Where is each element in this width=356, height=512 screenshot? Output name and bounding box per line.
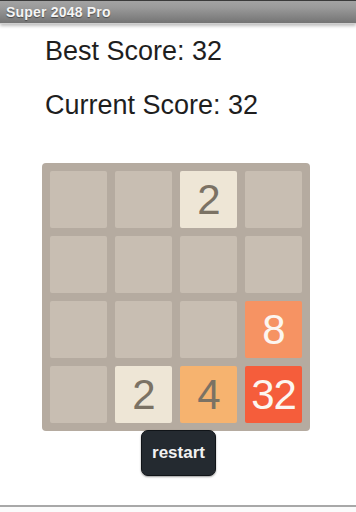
empty-cell: [50, 301, 107, 358]
empty-cell: [115, 236, 172, 293]
best-score-value: 32: [192, 36, 222, 66]
empty-cell: [50, 236, 107, 293]
empty-cell: [245, 171, 302, 228]
tile-4: 4: [180, 366, 237, 423]
title-bar: Super 2048 Pro: [0, 0, 356, 24]
current-score-value: 32: [228, 90, 258, 120]
empty-cell: [50, 366, 107, 423]
empty-cell: [115, 301, 172, 358]
current-score-line: Current Score: 32: [45, 90, 258, 121]
empty-cell: [180, 236, 237, 293]
empty-cell: [115, 171, 172, 228]
current-score-label: Current Score:: [45, 90, 221, 120]
empty-cell: [50, 171, 107, 228]
bottom-strip: [0, 507, 356, 512]
board[interactable]: 282432: [42, 163, 310, 431]
best-score-label: Best Score:: [45, 36, 185, 66]
best-score-line: Best Score: 32: [45, 36, 222, 67]
empty-cell: [245, 236, 302, 293]
empty-cell: [180, 301, 237, 358]
app-title: Super 2048 Pro: [6, 4, 111, 20]
tile-2: 2: [115, 366, 172, 423]
tile-32: 32: [245, 366, 302, 423]
tile-2: 2: [180, 171, 237, 228]
tile-8: 8: [245, 301, 302, 358]
restart-button[interactable]: restart: [141, 430, 216, 476]
